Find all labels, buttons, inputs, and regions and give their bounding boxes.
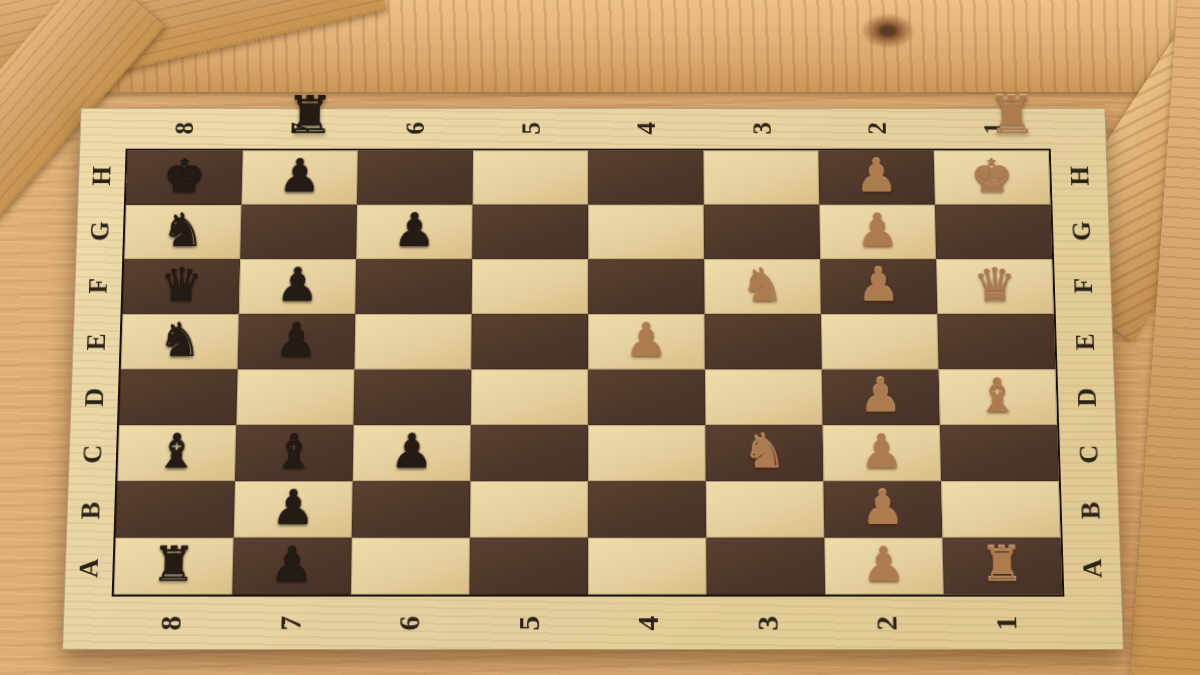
- square-d6[interactable]: [354, 369, 472, 425]
- square-d5[interactable]: [471, 369, 588, 425]
- file-label-g: G: [1052, 203, 1111, 257]
- square-e6[interactable]: [354, 314, 471, 369]
- square-h4[interactable]: [588, 151, 704, 205]
- square-c4[interactable]: [588, 425, 706, 481]
- wood-knot: [862, 14, 914, 48]
- file-label-b: B: [1061, 482, 1121, 539]
- rank-label-1: 1: [977, 564, 1034, 675]
- square-c1[interactable]: [940, 425, 1059, 481]
- square-g4[interactable]: [588, 205, 704, 259]
- black-knight: ♞: [158, 316, 202, 363]
- white-pawn: ♟: [857, 261, 901, 307]
- square-h1[interactable]: ♚: [934, 151, 1051, 205]
- white-bishop: ♝: [976, 372, 1020, 419]
- square-f4[interactable]: [588, 259, 704, 314]
- square-g8[interactable]: ♞: [124, 205, 241, 259]
- square-f7[interactable]: ♟: [239, 259, 356, 314]
- rank-label-6: 6: [381, 564, 436, 675]
- white-pawn: ♟: [856, 207, 900, 253]
- square-b5[interactable]: [470, 481, 588, 538]
- square-h2[interactable]: ♟: [818, 151, 934, 205]
- black-bishop: ♝: [272, 427, 316, 474]
- white-knight: ♞: [741, 261, 784, 307]
- file-label-e: E: [67, 319, 126, 365]
- square-f2[interactable]: ♟: [820, 259, 937, 314]
- black-pawn: ♟: [271, 484, 315, 532]
- board-corner-tr: [1049, 108, 1106, 149]
- rank-label-2: 2: [858, 564, 914, 675]
- white-knight: ♞: [742, 427, 786, 474]
- rank-label-4: 4: [621, 564, 675, 675]
- white-king: ♚: [970, 153, 1014, 199]
- square-c8[interactable]: ♝: [117, 425, 236, 481]
- square-f3[interactable]: ♞: [704, 259, 821, 314]
- black-pawn: ♟: [393, 207, 436, 253]
- square-e7[interactable]: ♟: [238, 314, 356, 369]
- file-label-g: G: [70, 208, 128, 253]
- file-label-a: A: [1062, 539, 1122, 596]
- square-g5[interactable]: [472, 205, 588, 259]
- square-d7[interactable]: [236, 369, 354, 425]
- square-f1[interactable]: ♛: [936, 259, 1054, 314]
- square-g2[interactable]: ♟: [819, 205, 936, 259]
- rank-label-5: 5: [501, 564, 555, 675]
- file-label-b: B: [61, 487, 121, 534]
- square-h3[interactable]: [703, 151, 819, 205]
- file-label-d: D: [65, 374, 124, 420]
- square-c3[interactable]: ♞: [705, 425, 823, 481]
- board-corner-br: [1064, 597, 1124, 650]
- square-d3[interactable]: [705, 369, 823, 425]
- square-e4[interactable]: ♟: [588, 314, 705, 369]
- rank-label-7: 7: [262, 564, 318, 675]
- square-h5[interactable]: [473, 151, 589, 205]
- square-d1[interactable]: ♝: [939, 369, 1058, 425]
- black-pawn: ♟: [275, 316, 319, 363]
- white-pawn: ♟: [855, 153, 898, 199]
- file-label-e: E: [1055, 314, 1114, 369]
- square-d2[interactable]: ♟: [822, 369, 940, 425]
- white-pawn: ♟: [859, 372, 903, 419]
- white-queen: ♛: [973, 261, 1017, 307]
- play-area: ♚♟♟♚♞♟♟♛♟♞♟♛♞♟♟♟♝♝♝♟♞♟♟♟♜♟♟♜: [112, 149, 1065, 597]
- file-label-a: A: [59, 544, 119, 591]
- square-b4[interactable]: [588, 481, 706, 538]
- square-e5[interactable]: [471, 314, 588, 369]
- square-h7[interactable]: ♟: [241, 151, 357, 205]
- square-f6[interactable]: [355, 259, 472, 314]
- file-label-f: F: [1054, 258, 1113, 313]
- file-label-h: H: [1050, 149, 1108, 203]
- square-b2[interactable]: ♟: [823, 481, 942, 538]
- square-e8[interactable]: ♞: [121, 314, 239, 369]
- white-pawn: ♟: [861, 484, 905, 532]
- square-g7[interactable]: [240, 205, 357, 259]
- rank-label-3: 3: [739, 564, 794, 675]
- board-corner-tl: [79, 108, 127, 149]
- file-label-c: C: [1059, 426, 1119, 482]
- square-f8[interactable]: ♛: [122, 259, 240, 314]
- file-label-f: F: [69, 263, 128, 308]
- black-pawn: ♟: [276, 261, 320, 307]
- square-b1[interactable]: [941, 481, 1060, 538]
- file-label-h: H: [72, 154, 130, 199]
- file-label-c: C: [63, 431, 122, 477]
- square-b3[interactable]: [706, 481, 825, 538]
- square-c6[interactable]: ♟: [353, 425, 471, 481]
- black-pawn: ♟: [278, 153, 321, 199]
- square-h6[interactable]: [357, 151, 473, 205]
- square-e1[interactable]: [937, 314, 1055, 369]
- square-d4[interactable]: [588, 369, 705, 425]
- black-bishop: ♝: [155, 427, 200, 474]
- black-king: ♚: [162, 153, 206, 199]
- square-g1[interactable]: [935, 205, 1052, 259]
- top-coordinates: 87654321: [126, 108, 1051, 149]
- bottom-coordinates: 87654321: [110, 597, 1066, 650]
- square-e2[interactable]: [821, 314, 939, 369]
- square-d8[interactable]: [119, 369, 238, 425]
- offboard-black-rook[interactable]: ♜: [285, 89, 334, 141]
- white-pawn: ♟: [625, 316, 668, 363]
- square-c2[interactable]: ♟: [823, 425, 942, 481]
- board-corner-bl: [62, 597, 112, 650]
- board-border: 87654321 HGFEDCBA ♚♟♟♚♞♟♟♛♟♞♟♛♞♟♟♟♝♝♝♟♞♟…: [62, 108, 1124, 650]
- square-h8[interactable]: ♚: [126, 151, 243, 205]
- square-g3[interactable]: [704, 205, 820, 259]
- rank-label-8: 8: [142, 564, 199, 675]
- square-e3[interactable]: [705, 314, 822, 369]
- black-pawn: ♟: [390, 427, 434, 474]
- chess-board: 87654321 HGFEDCBA ♚♟♟♚♞♟♟♛♟♞♟♛♞♟♟♟♝♝♝♟♞♟…: [62, 108, 1124, 650]
- offboard-white-rook[interactable]: ♜: [987, 89, 1037, 141]
- square-c7[interactable]: ♝: [235, 425, 354, 481]
- square-f5[interactable]: [472, 259, 588, 314]
- square-c5[interactable]: [470, 425, 588, 481]
- black-knight: ♞: [161, 207, 205, 253]
- square-b7[interactable]: ♟: [234, 481, 353, 538]
- file-label-d: D: [1057, 370, 1116, 426]
- black-queen: ♛: [159, 261, 203, 307]
- square-b6[interactable]: [352, 481, 471, 538]
- square-b8[interactable]: [115, 481, 234, 538]
- square-g6[interactable]: ♟: [356, 205, 472, 259]
- white-pawn: ♟: [860, 427, 904, 474]
